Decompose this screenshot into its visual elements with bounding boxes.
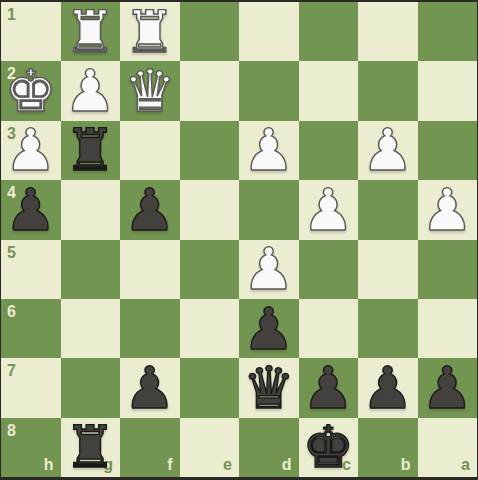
square-c1[interactable] xyxy=(299,2,359,61)
black-king[interactable]: ♚ xyxy=(302,418,354,476)
square-a1[interactable] xyxy=(418,2,478,61)
square-f2[interactable]: ♛ xyxy=(120,61,180,120)
white-pawn[interactable]: ♟ xyxy=(243,240,295,298)
square-b4[interactable] xyxy=(358,180,418,239)
square-g2[interactable]: ♟ xyxy=(61,61,121,120)
chess-board: 1♜♜2♚♟♛3♟♜♟♟4♟♟♟♟5♟6♟7♟♛♟♟♟8hg♜fedc♚ba xyxy=(1,2,477,477)
square-h8[interactable]: 8h xyxy=(1,418,61,477)
white-queen[interactable]: ♛ xyxy=(124,62,176,120)
square-c8[interactable]: c♚ xyxy=(299,418,359,477)
square-d5[interactable]: ♟ xyxy=(239,240,299,299)
square-g8[interactable]: g♜ xyxy=(61,418,121,477)
square-d3[interactable]: ♟ xyxy=(239,121,299,180)
square-e2[interactable] xyxy=(180,61,240,120)
square-a2[interactable] xyxy=(418,61,478,120)
square-b5[interactable] xyxy=(358,240,418,299)
square-g4[interactable] xyxy=(61,180,121,239)
square-a3[interactable] xyxy=(418,121,478,180)
square-h3[interactable]: 3♟ xyxy=(1,121,61,180)
rank-label-1: 1 xyxy=(7,7,16,23)
file-label-f: f xyxy=(167,457,172,473)
square-c5[interactable] xyxy=(299,240,359,299)
square-a4[interactable]: ♟ xyxy=(418,180,478,239)
white-pawn[interactable]: ♟ xyxy=(421,181,473,239)
square-g3[interactable]: ♜ xyxy=(61,121,121,180)
white-pawn[interactable]: ♟ xyxy=(243,121,295,179)
square-b6[interactable] xyxy=(358,299,418,358)
file-label-d: d xyxy=(282,457,292,473)
square-d1[interactable] xyxy=(239,2,299,61)
square-f1[interactable]: ♜ xyxy=(120,2,180,61)
square-e7[interactable] xyxy=(180,358,240,417)
white-pawn[interactable]: ♟ xyxy=(302,181,354,239)
square-d6[interactable]: ♟ xyxy=(239,299,299,358)
black-pawn[interactable]: ♟ xyxy=(421,359,473,417)
black-rook[interactable]: ♜ xyxy=(64,121,116,179)
square-g1[interactable]: ♜ xyxy=(61,2,121,61)
square-a8[interactable]: a xyxy=(418,418,478,477)
square-f7[interactable]: ♟ xyxy=(120,358,180,417)
square-d4[interactable] xyxy=(239,180,299,239)
square-c4[interactable]: ♟ xyxy=(299,180,359,239)
square-h5[interactable]: 5 xyxy=(1,240,61,299)
square-f4[interactable]: ♟ xyxy=(120,180,180,239)
square-h4[interactable]: 4♟ xyxy=(1,180,61,239)
square-d2[interactable] xyxy=(239,61,299,120)
square-h6[interactable]: 6 xyxy=(1,299,61,358)
rank-label-8: 8 xyxy=(7,423,16,439)
square-e6[interactable] xyxy=(180,299,240,358)
square-e1[interactable] xyxy=(180,2,240,61)
square-b3[interactable]: ♟ xyxy=(358,121,418,180)
file-label-e: e xyxy=(223,457,232,473)
square-b2[interactable] xyxy=(358,61,418,120)
square-g6[interactable] xyxy=(61,299,121,358)
rank-label-6: 6 xyxy=(7,304,16,320)
square-b7[interactable]: ♟ xyxy=(358,358,418,417)
square-a5[interactable] xyxy=(418,240,478,299)
square-a7[interactable]: ♟ xyxy=(418,358,478,417)
square-e8[interactable]: e xyxy=(180,418,240,477)
white-rook[interactable]: ♜ xyxy=(64,3,116,61)
square-f8[interactable]: f xyxy=(120,418,180,477)
white-rook[interactable]: ♜ xyxy=(124,3,176,61)
file-label-h: h xyxy=(44,457,54,473)
square-d8[interactable]: d xyxy=(239,418,299,477)
black-queen[interactable]: ♛ xyxy=(243,359,295,417)
black-rook[interactable]: ♜ xyxy=(64,418,116,476)
black-pawn[interactable]: ♟ xyxy=(5,181,57,239)
black-pawn[interactable]: ♟ xyxy=(124,359,176,417)
square-f5[interactable] xyxy=(120,240,180,299)
square-b1[interactable] xyxy=(358,2,418,61)
black-pawn[interactable]: ♟ xyxy=(124,181,176,239)
black-pawn[interactable]: ♟ xyxy=(302,359,354,417)
white-pawn[interactable]: ♟ xyxy=(362,121,414,179)
white-pawn[interactable]: ♟ xyxy=(5,121,57,179)
square-f6[interactable] xyxy=(120,299,180,358)
square-h7[interactable]: 7 xyxy=(1,358,61,417)
square-h1[interactable]: 1 xyxy=(1,2,61,61)
square-g5[interactable] xyxy=(61,240,121,299)
square-f3[interactable] xyxy=(120,121,180,180)
rank-label-5: 5 xyxy=(7,245,16,261)
square-d7[interactable]: ♛ xyxy=(239,358,299,417)
white-pawn[interactable]: ♟ xyxy=(64,62,116,120)
square-c6[interactable] xyxy=(299,299,359,358)
square-c3[interactable] xyxy=(299,121,359,180)
square-e5[interactable] xyxy=(180,240,240,299)
black-pawn[interactable]: ♟ xyxy=(243,300,295,358)
square-e4[interactable] xyxy=(180,180,240,239)
square-g7[interactable] xyxy=(61,358,121,417)
square-c7[interactable]: ♟ xyxy=(299,358,359,417)
square-a6[interactable] xyxy=(418,299,478,358)
black-pawn[interactable]: ♟ xyxy=(362,359,414,417)
file-label-b: b xyxy=(401,457,411,473)
file-label-a: a xyxy=(461,457,470,473)
square-b8[interactable]: b xyxy=(358,418,418,477)
square-e3[interactable] xyxy=(180,121,240,180)
chess-board-frame: 1♜♜2♚♟♛3♟♜♟♟4♟♟♟♟5♟6♟7♟♛♟♟♟8hg♜fedc♚ba xyxy=(0,0,478,480)
rank-label-7: 7 xyxy=(7,363,16,379)
square-h2[interactable]: 2♚ xyxy=(1,61,61,120)
square-c2[interactable] xyxy=(299,61,359,120)
white-king[interactable]: ♚ xyxy=(5,62,57,120)
